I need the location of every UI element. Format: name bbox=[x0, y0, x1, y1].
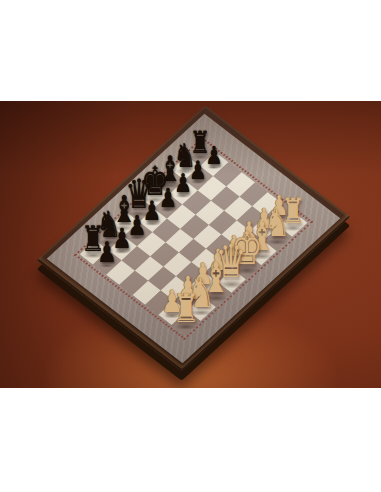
letterbox-top bbox=[0, 0, 381, 101]
piece-black-pawn[interactable]: ♟ bbox=[97, 239, 116, 267]
pieces-layer: ♜♞♝♛♚♝♞♜♟♟♟♟♟♟♟♟♟♟♟♟♟♟♟♟♜♞♝♛♚♝♞♜ bbox=[0, 101, 381, 388]
piece-white-rook[interactable]: ♜ bbox=[172, 288, 199, 327]
piece-black-pawn[interactable]: ♟ bbox=[159, 184, 177, 210]
photo-area: ♜♞♝♛♚♝♞♜♟♟♟♟♟♟♟♟♟♟♟♟♟♟♟♟♜♞♝♛♚♝♞♜ bbox=[0, 101, 381, 388]
screenshot-canvas: ♜♞♝♛♚♝♞♜♟♟♟♟♟♟♟♟♟♟♟♟♟♟♟♟♜♞♝♛♚♝♞♜ Standar… bbox=[0, 0, 381, 492]
piece-black-pawn[interactable]: ♟ bbox=[190, 157, 207, 182]
letterbox-bottom bbox=[0, 388, 381, 492]
piece-black-pawn[interactable]: ♟ bbox=[205, 144, 222, 169]
